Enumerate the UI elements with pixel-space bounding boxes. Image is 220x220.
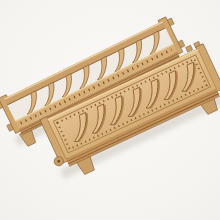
product-photo bbox=[0, 0, 220, 220]
tenon-tab bbox=[186, 45, 193, 52]
scene-canvas bbox=[0, 0, 220, 220]
